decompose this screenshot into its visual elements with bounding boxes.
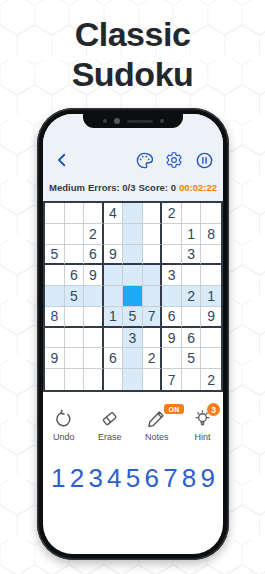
phone-notch (83, 114, 183, 128)
numpad-2[interactable]: 2 (70, 460, 84, 496)
phone-frame: Medium Errors: 0/3 Score: 0 00:02:22 422… (37, 108, 229, 560)
cell-r7c7[interactable]: 9 (162, 328, 182, 349)
sensor-dot (103, 119, 107, 123)
cell-r5c6[interactable] (143, 286, 163, 307)
numpad-8[interactable]: 8 (182, 460, 196, 496)
cell-r7c2[interactable] (65, 328, 85, 349)
cell-r7c1[interactable] (45, 328, 65, 349)
status-row: Medium Errors: 0/3 Score: 0 00:02:22 (49, 179, 217, 195)
numpad-3[interactable]: 3 (88, 460, 102, 496)
notes-on-badge: ON (164, 404, 183, 414)
cell-r1c8[interactable] (182, 203, 202, 224)
cell-r5c1[interactable] (45, 286, 65, 307)
cell-r4c4[interactable] (104, 265, 124, 286)
pause-icon (195, 151, 214, 170)
cell-r6c2[interactable] (65, 307, 85, 328)
cell-r9c5[interactable] (123, 369, 143, 390)
notes-button[interactable]: Notes ON (145, 408, 169, 442)
cell-r6c8[interactable] (182, 307, 202, 328)
cell-r3c6[interactable] (143, 245, 163, 266)
numpad-9[interactable]: 9 (201, 460, 215, 496)
page-title-line1: Classic (0, 14, 265, 54)
hint-label: Hint (194, 432, 210, 442)
cell-r6c6[interactable]: 7 (143, 307, 163, 328)
cell-r1c2[interactable] (65, 203, 85, 224)
cell-r9c9[interactable]: 2 (201, 369, 221, 390)
cell-r5c7[interactable] (162, 286, 182, 307)
cell-r8c4[interactable]: 6 (104, 348, 124, 369)
errors-label: Errors: 0/3 (88, 182, 136, 193)
cell-r3c4[interactable]: 9 (104, 245, 124, 266)
cell-r2c2[interactable] (65, 224, 85, 245)
cell-r8c5[interactable] (123, 348, 143, 369)
palette-icon (135, 151, 154, 170)
cell-r1c7[interactable]: 2 (162, 203, 182, 224)
cell-r1c4[interactable]: 4 (104, 203, 124, 224)
cell-r5c8[interactable]: 2 (182, 286, 202, 307)
cell-r9c1[interactable] (45, 369, 65, 390)
gear-icon (165, 151, 183, 169)
cell-r6c7[interactable]: 6 (162, 307, 182, 328)
cell-r9c2[interactable] (65, 369, 85, 390)
page-title-line2: Sudoku (0, 54, 265, 94)
undo-label: Undo (53, 432, 75, 442)
cell-r7c8[interactable]: 6 (182, 328, 202, 349)
cell-r2c3[interactable]: 2 (84, 224, 104, 245)
numpad-1[interactable]: 1 (51, 460, 65, 496)
cell-r1c6[interactable] (143, 203, 163, 224)
numpad-5[interactable]: 5 (126, 460, 140, 496)
cell-r2c8[interactable]: 1 (182, 224, 202, 245)
cell-r6c5[interactable]: 5 (123, 307, 143, 328)
difficulty-label: Medium (49, 182, 85, 193)
cell-r4c3[interactable]: 9 (84, 265, 104, 286)
cell-r2c1[interactable] (45, 224, 65, 245)
sensor-dot (160, 119, 164, 123)
cell-r2c9[interactable]: 8 (201, 224, 221, 245)
cell-r2c5[interactable] (123, 224, 143, 245)
app-header (52, 148, 214, 172)
cell-r4c5[interactable] (123, 265, 143, 286)
cell-r8c9[interactable] (201, 348, 221, 369)
cell-r7c4[interactable] (104, 328, 124, 349)
cell-r4c1[interactable] (45, 265, 65, 286)
cell-r8c6[interactable]: 2 (143, 348, 163, 369)
hint-button[interactable]: Hint 3 (192, 408, 213, 442)
cell-r3c7[interactable] (162, 245, 182, 266)
cell-r8c3[interactable] (84, 348, 104, 369)
pause-button[interactable] (194, 150, 214, 170)
cell-r3c2[interactable] (65, 245, 85, 266)
cell-r5c3[interactable] (84, 286, 104, 307)
back-chevron-icon (53, 151, 71, 169)
cell-r6c3[interactable] (84, 307, 104, 328)
cell-r5c2[interactable]: 5 (65, 286, 85, 307)
cell-r7c6[interactable] (143, 328, 163, 349)
cell-r3c1[interactable]: 5 (45, 245, 65, 266)
page-title: Classic Sudoku (0, 14, 265, 94)
cell-r7c9[interactable] (201, 328, 221, 349)
erase-label: Erase (98, 432, 122, 442)
phone-screen: Medium Errors: 0/3 Score: 0 00:02:22 422… (43, 114, 223, 554)
undo-button[interactable]: Undo (53, 408, 75, 442)
camera-dot (114, 118, 120, 124)
cell-r4c7[interactable]: 3 (162, 265, 182, 286)
cell-r8c7[interactable] (162, 348, 182, 369)
cell-r4c9[interactable] (201, 265, 221, 286)
cell-r8c1[interactable]: 9 (45, 348, 65, 369)
cell-r6c9[interactable]: 9 (201, 307, 221, 328)
cell-r6c4[interactable]: 1 (104, 307, 124, 328)
cell-r9c8[interactable] (182, 369, 202, 390)
score-label: Score: 0 (138, 182, 176, 193)
cell-r5c9[interactable]: 1 (201, 286, 221, 307)
cell-r3c3[interactable]: 6 (84, 245, 104, 266)
cell-r3c5[interactable] (123, 245, 143, 266)
notes-label: Notes (145, 432, 169, 442)
numpad-7[interactable]: 7 (163, 460, 177, 496)
cell-r1c3[interactable] (84, 203, 104, 224)
cell-r2c7[interactable] (162, 224, 182, 245)
cell-r1c5[interactable] (123, 203, 143, 224)
cell-r1c9[interactable] (201, 203, 221, 224)
cell-r9c4[interactable] (104, 369, 124, 390)
cell-r5c4[interactable] (104, 286, 124, 307)
eraser-icon (99, 408, 120, 429)
cell-r9c6[interactable] (143, 369, 163, 390)
cell-r4c8[interactable] (182, 265, 202, 286)
toolbar: Undo Erase Notes ON (53, 408, 213, 456)
erase-button[interactable]: Erase (98, 408, 122, 442)
settings-button[interactable] (164, 150, 184, 170)
numpad-6[interactable]: 6 (144, 460, 158, 496)
back-button[interactable] (52, 150, 72, 170)
cell-r6c1[interactable]: 8 (45, 307, 65, 328)
cell-r8c2[interactable] (65, 348, 85, 369)
cell-r2c4[interactable] (104, 224, 124, 245)
cell-r9c7[interactable]: 7 (162, 369, 182, 390)
cell-r1c1[interactable] (45, 203, 65, 224)
cell-r4c2[interactable]: 6 (65, 265, 85, 286)
speaker-slot (127, 120, 153, 123)
cell-r2c6[interactable] (143, 224, 163, 245)
numpad: 123456789 (51, 460, 215, 496)
undo-icon (53, 408, 74, 429)
cell-r7c3[interactable] (84, 328, 104, 349)
cell-r8c8[interactable]: 5 (182, 348, 202, 369)
cell-r9c3[interactable] (84, 369, 104, 390)
cell-r3c9[interactable] (201, 245, 221, 266)
theme-button[interactable] (134, 150, 154, 170)
cell-r5c5[interactable] (123, 286, 143, 307)
hint-count-badge: 3 (207, 403, 220, 416)
timer-label: 00:02:22 (179, 182, 217, 193)
cell-r4c6[interactable] (143, 265, 163, 286)
numpad-4[interactable]: 4 (107, 460, 121, 496)
cell-r3c8[interactable]: 3 (182, 245, 202, 266)
sudoku-board: 422185693693521815769396962572 (43, 201, 223, 392)
cell-r7c5[interactable]: 3 (123, 328, 143, 349)
